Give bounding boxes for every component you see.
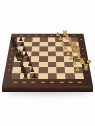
black-rook-piece: ♜ — [22, 72, 30, 81]
white-pawn-piece: ♟ — [75, 66, 81, 73]
chess-set-photo: ♜♞♝♛♚♝♞♜♟♟♟♟♟♟♟♟♟♟♟♟♟♟♟♟♜♞♝♛♚♝♞♜ — [0, 0, 95, 126]
chess-pieces-layer: ♜♞♝♛♚♝♞♜♟♟♟♟♟♟♟♟♟♟♟♟♟♟♟♟♜♞♝♛♚♝♞♜ — [0, 0, 95, 126]
black-pawn-piece: ♟ — [31, 73, 37, 80]
white-rook-piece: ♜ — [82, 63, 90, 71]
